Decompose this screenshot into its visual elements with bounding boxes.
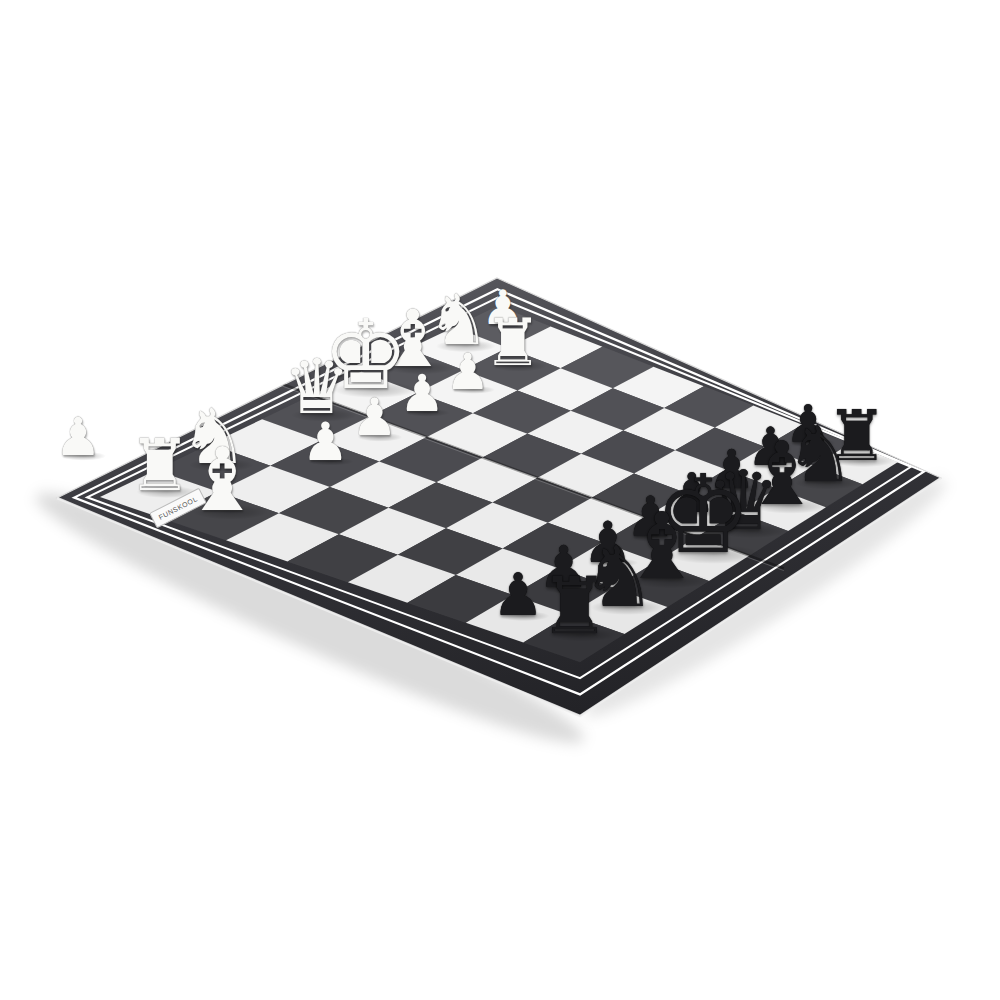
product-photo-stage: ♟♞♜♝♟♚♟♛♟♟♟♟♜♟♞♞♟♜♝♟♝♛♟♚♟♝♟♞♟♜ FUNSKOOL: [0, 0, 1000, 1000]
chess-board: [0, 0, 1000, 1000]
